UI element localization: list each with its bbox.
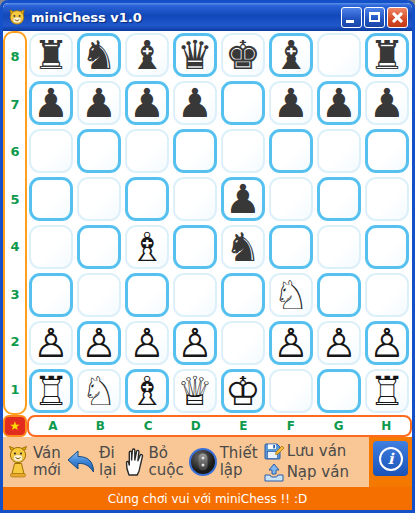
square-e6[interactable] xyxy=(221,129,265,173)
square-a1[interactable]: ♖ xyxy=(29,369,73,413)
undo-label-2: lại xyxy=(99,462,117,479)
file-label-b: B xyxy=(77,417,125,435)
minimize-button[interactable] xyxy=(341,7,362,28)
piece-black-rook[interactable]: ♜ xyxy=(33,35,69,75)
piece-white-king[interactable]: ♔ xyxy=(225,371,261,411)
square-b5[interactable] xyxy=(77,177,121,221)
piece-white-pawn[interactable]: ♙ xyxy=(177,323,213,363)
settings-label-2: lập xyxy=(220,462,258,479)
square-h7[interactable]: ♟ xyxy=(365,81,409,125)
square-h3[interactable] xyxy=(365,273,409,317)
square-f5[interactable] xyxy=(269,177,313,221)
rank-label-4: 4 xyxy=(5,223,25,271)
rank-label-2: 2 xyxy=(5,318,25,366)
square-b7[interactable]: ♟ xyxy=(77,81,121,125)
square-f1[interactable] xyxy=(269,369,313,413)
square-e5[interactable]: ♟ xyxy=(221,177,265,221)
square-c7[interactable]: ♟ xyxy=(125,81,169,125)
square-d2[interactable]: ♙ xyxy=(173,321,217,365)
load-game-label: Nạp ván xyxy=(287,464,349,481)
maximize-button[interactable] xyxy=(364,7,385,28)
load-game-button[interactable]: Nạp ván xyxy=(263,463,349,483)
rank-label-3: 3 xyxy=(5,271,25,319)
square-f2[interactable]: ♙ xyxy=(269,321,313,365)
square-e4[interactable]: ♞ xyxy=(221,225,265,269)
square-f7[interactable]: ♟ xyxy=(269,81,313,125)
rank-label-8: 8 xyxy=(5,33,25,81)
square-a2[interactable]: ♙ xyxy=(29,321,73,365)
piece-white-pawn[interactable]: ♙ xyxy=(129,323,165,363)
save-floppy-icon xyxy=(263,442,285,462)
square-c4[interactable]: ♗ xyxy=(125,225,169,269)
piece-black-king[interactable]: ♚ xyxy=(225,35,261,75)
info-icon: i xyxy=(379,447,403,471)
square-c8[interactable]: ♝ xyxy=(125,33,169,77)
square-e7[interactable] xyxy=(221,81,265,125)
piece-black-knight[interactable]: ♞ xyxy=(81,35,117,75)
piece-black-pawn[interactable]: ♟ xyxy=(225,179,261,219)
square-e3[interactable] xyxy=(221,273,265,317)
new-game-label-2: mới xyxy=(33,462,61,479)
square-g1[interactable] xyxy=(317,369,361,413)
rank-labels: 87654321 xyxy=(3,31,27,415)
square-e2[interactable] xyxy=(221,321,265,365)
status-text: Cùng chơi vui với miniChess !! :D xyxy=(108,492,308,506)
file-label-e: E xyxy=(220,417,268,435)
piece-black-knight[interactable]: ♞ xyxy=(225,227,261,267)
file-label-c: C xyxy=(124,417,172,435)
settings-label-1: Thiết xyxy=(220,445,258,462)
file-label-a: A xyxy=(29,417,77,435)
square-d4[interactable] xyxy=(173,225,217,269)
square-a8[interactable]: ♜ xyxy=(29,33,73,77)
toolbar: Ván mới Đi lại xyxy=(3,437,412,487)
square-e8[interactable]: ♚ xyxy=(221,33,265,77)
board-area: 87654321 ♜♞♝♛♚♝♜♟♟♟♟♟♟♟♟♗♞♘♙♙♙♙♙♙♙♖♘♗♕♔♖ xyxy=(3,31,412,415)
piece-black-pawn[interactable]: ♟ xyxy=(369,83,405,123)
square-a4[interactable] xyxy=(29,225,73,269)
flag-star: ★ xyxy=(10,420,21,432)
piece-black-pawn[interactable]: ♟ xyxy=(81,83,117,123)
square-h2[interactable]: ♙ xyxy=(365,321,409,365)
close-button[interactable] xyxy=(387,7,408,28)
window-title: miniChess v1.0 xyxy=(31,10,341,25)
square-c3[interactable] xyxy=(125,273,169,317)
square-d8[interactable]: ♛ xyxy=(173,33,217,77)
undo-arrow-icon xyxy=(66,449,96,475)
square-d1[interactable]: ♕ xyxy=(173,369,217,413)
piece-white-queen[interactable]: ♕ xyxy=(177,371,213,411)
rank-label-1: 1 xyxy=(5,366,25,414)
piece-white-pawn[interactable]: ♙ xyxy=(33,323,69,363)
square-g4[interactable] xyxy=(317,225,361,269)
save-load-group: Lưu ván Nạp ván xyxy=(263,442,349,483)
square-g3[interactable] xyxy=(317,273,361,317)
load-arrow-icon xyxy=(263,463,285,483)
square-h6[interactable] xyxy=(365,129,409,173)
square-b3[interactable] xyxy=(77,273,121,317)
square-b2[interactable]: ♙ xyxy=(77,321,121,365)
square-a7[interactable]: ♟ xyxy=(29,81,73,125)
piece-black-queen[interactable]: ♛ xyxy=(177,35,213,75)
piece-white-pawn[interactable]: ♙ xyxy=(81,323,117,363)
square-g7[interactable]: ♟ xyxy=(317,81,361,125)
piece-white-knight[interactable]: ♘ xyxy=(81,371,117,411)
square-a6[interactable] xyxy=(29,129,73,173)
square-h4[interactable] xyxy=(365,225,409,269)
knob-icon xyxy=(189,448,217,476)
square-e1[interactable]: ♔ xyxy=(221,369,265,413)
piece-black-pawn[interactable]: ♟ xyxy=(177,83,213,123)
square-h8[interactable]: ♜ xyxy=(365,33,409,77)
info-panel: i xyxy=(369,437,412,487)
square-g6[interactable] xyxy=(317,129,361,173)
status-bar: Cùng chơi vui với miniChess !! :D xyxy=(3,487,412,510)
piece-black-pawn[interactable]: ♟ xyxy=(33,83,69,123)
square-d5[interactable] xyxy=(173,177,217,221)
rank-label-6: 6 xyxy=(5,128,25,176)
square-h5[interactable] xyxy=(365,177,409,221)
square-b4[interactable] xyxy=(77,225,121,269)
save-game-button[interactable]: Lưu ván xyxy=(263,442,349,462)
piece-white-knight[interactable]: ♘ xyxy=(273,275,309,315)
square-c5[interactable] xyxy=(125,177,169,221)
square-c1[interactable]: ♗ xyxy=(125,369,169,413)
cat-icon xyxy=(7,7,27,27)
square-b1[interactable]: ♘ xyxy=(77,369,121,413)
square-c2[interactable]: ♙ xyxy=(125,321,169,365)
save-game-label: Lưu ván xyxy=(287,443,347,460)
undo-button[interactable]: Đi lại xyxy=(66,445,117,480)
new-game-button[interactable]: Ván mới xyxy=(6,445,61,480)
piece-black-pawn[interactable]: ♟ xyxy=(321,83,357,123)
piece-black-pawn[interactable]: ♟ xyxy=(273,83,309,123)
square-f4[interactable] xyxy=(269,225,313,269)
info-button[interactable]: i xyxy=(373,441,408,476)
piece-white-rook[interactable]: ♖ xyxy=(33,371,69,411)
square-c6[interactable] xyxy=(125,129,169,173)
square-f3[interactable]: ♘ xyxy=(269,273,313,317)
rank-label-7: 7 xyxy=(5,81,25,129)
file-label-f: F xyxy=(267,417,315,435)
rank-label-5: 5 xyxy=(5,176,25,224)
piece-white-bishop[interactable]: ♗ xyxy=(129,371,165,411)
undo-label-1: Đi xyxy=(99,445,117,462)
square-h1[interactable]: ♖ xyxy=(365,369,409,413)
square-f6[interactable] xyxy=(269,129,313,173)
square-d3[interactable] xyxy=(173,273,217,317)
piece-white-pawn[interactable]: ♙ xyxy=(321,323,357,363)
piece-black-pawn[interactable]: ♟ xyxy=(129,83,165,123)
settings-button[interactable]: Thiết lập xyxy=(189,445,258,480)
piece-white-bishop[interactable]: ♗ xyxy=(129,227,165,267)
vietnam-flag-icon: ★ xyxy=(3,415,27,437)
piece-black-bishop[interactable]: ♝ xyxy=(273,35,309,75)
file-labels: ABCDEFGH xyxy=(27,415,412,437)
chess-board: ♜♞♝♛♚♝♜♟♟♟♟♟♟♟♟♗♞♘♙♙♙♙♙♙♙♖♘♗♕♔♖ xyxy=(27,31,411,415)
cat-knight-icon xyxy=(6,446,30,478)
file-label-h: H xyxy=(362,417,410,435)
square-g2[interactable]: ♙ xyxy=(317,321,361,365)
app-window: miniChess v1.0 87654321 ♜♞♝♛♚♝♜♟♟♟♟♟♟♟♟♗… xyxy=(0,0,415,513)
file-label-d: D xyxy=(172,417,220,435)
square-b8[interactable]: ♞ xyxy=(77,33,121,77)
square-f8[interactable]: ♝ xyxy=(269,33,313,77)
piece-white-rook[interactable]: ♖ xyxy=(369,371,405,411)
square-g8[interactable] xyxy=(317,33,361,77)
piece-white-pawn[interactable]: ♙ xyxy=(369,323,405,363)
piece-white-pawn[interactable]: ♙ xyxy=(273,323,309,363)
piece-black-bishop[interactable]: ♝ xyxy=(129,35,165,75)
square-d6[interactable] xyxy=(173,129,217,173)
square-b6[interactable] xyxy=(77,129,121,173)
square-d7[interactable]: ♟ xyxy=(173,81,217,125)
file-row: ★ ABCDEFGH xyxy=(3,415,412,437)
piece-black-rook[interactable]: ♜ xyxy=(369,35,405,75)
file-label-g: G xyxy=(315,417,363,435)
window-controls xyxy=(341,7,408,28)
hand-icon xyxy=(122,446,146,478)
resign-label-1: Bỏ xyxy=(149,445,184,462)
titlebar[interactable]: miniChess v1.0 xyxy=(3,3,412,31)
new-game-label-1: Ván xyxy=(33,445,61,462)
square-a5[interactable] xyxy=(29,177,73,221)
resign-label-2: cuộc xyxy=(149,462,184,479)
square-a3[interactable] xyxy=(29,273,73,317)
square-g5[interactable] xyxy=(317,177,361,221)
resign-button[interactable]: Bỏ cuộc xyxy=(122,445,184,480)
